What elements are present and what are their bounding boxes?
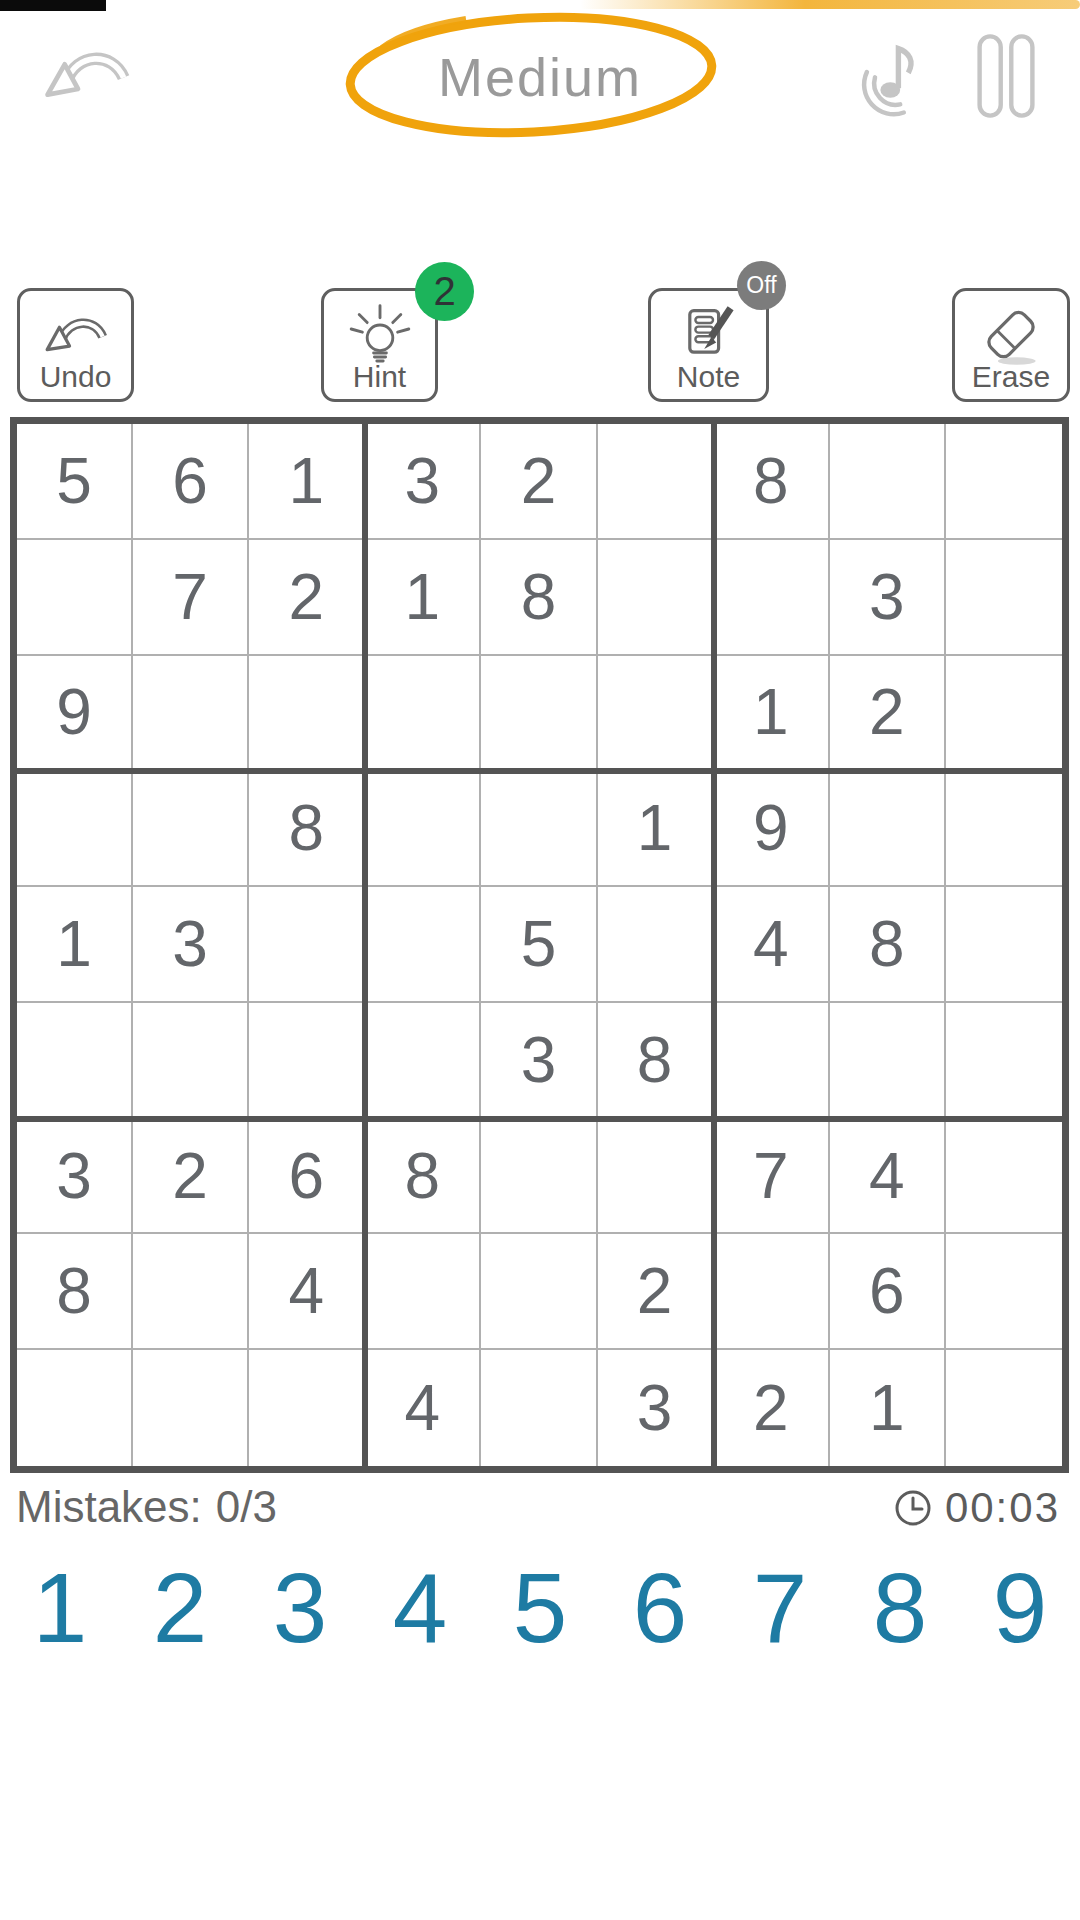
cell-r9c2[interactable] [133, 1350, 249, 1466]
cell-r9c7[interactable]: 2 [714, 1350, 830, 1466]
cell-r2c8[interactable]: 3 [830, 540, 946, 656]
numpad-9[interactable]: 9 [960, 1548, 1080, 1668]
cell-r4c2[interactable] [133, 771, 249, 887]
sudoku-board: 56132872183912819135483832687484264321 [10, 417, 1069, 1473]
hint-button[interactable]: Hint 2 [321, 288, 438, 402]
mistakes-label: Mistakes: [16, 1482, 202, 1532]
cell-r1c8[interactable] [830, 424, 946, 540]
numpad-1[interactable]: 1 [0, 1548, 120, 1668]
cell-r3c5[interactable] [481, 656, 597, 772]
cell-r4c4[interactable] [365, 771, 481, 887]
cell-r6c6[interactable]: 8 [598, 1003, 714, 1119]
cell-r1c1[interactable]: 5 [17, 424, 133, 540]
cell-r7c9[interactable] [946, 1119, 1062, 1235]
cell-r7c2[interactable]: 2 [133, 1119, 249, 1235]
cell-r3c1[interactable]: 9 [17, 656, 133, 772]
cell-r5c3[interactable] [249, 887, 365, 1003]
cell-r9c3[interactable] [249, 1350, 365, 1466]
cell-r8c4[interactable] [365, 1234, 481, 1350]
numpad-4[interactable]: 4 [360, 1548, 480, 1668]
box-divider-vertical-1 [362, 424, 368, 1466]
cell-r4c8[interactable] [830, 771, 946, 887]
cell-r7c8[interactable]: 4 [830, 1119, 946, 1235]
cell-r6c1[interactable] [17, 1003, 133, 1119]
cell-r5c2[interactable]: 3 [133, 887, 249, 1003]
cell-r4c1[interactable] [17, 771, 133, 887]
cell-r9c9[interactable] [946, 1350, 1062, 1466]
numpad-5[interactable]: 5 [480, 1548, 600, 1668]
cell-r5c8[interactable]: 8 [830, 887, 946, 1003]
cell-r1c4[interactable]: 3 [365, 424, 481, 540]
sudoku-grid: 56132872183912819135483832687484264321 [17, 424, 1062, 1466]
cell-r1c2[interactable]: 6 [133, 424, 249, 540]
cell-r4c7[interactable]: 9 [714, 771, 830, 887]
music-note-icon [848, 26, 938, 118]
cell-r1c7[interactable]: 8 [714, 424, 830, 540]
clock-icon [893, 1488, 933, 1528]
undo-label: Undo [20, 360, 131, 394]
cell-r4c6[interactable]: 1 [598, 771, 714, 887]
numpad-3[interactable]: 3 [240, 1548, 360, 1668]
cell-r6c4[interactable] [365, 1003, 481, 1119]
cell-r3c7[interactable]: 1 [714, 656, 830, 772]
cell-r9c6[interactable]: 3 [598, 1350, 714, 1466]
box-divider-vertical-2 [711, 424, 717, 1466]
cell-r3c2[interactable] [133, 656, 249, 772]
cell-r2c4[interactable]: 1 [365, 540, 481, 656]
cell-r7c5[interactable] [481, 1119, 597, 1235]
undo-button[interactable]: Undo [17, 288, 134, 402]
cell-r6c2[interactable] [133, 1003, 249, 1119]
cell-r8c6[interactable]: 2 [598, 1234, 714, 1350]
cell-r3c4[interactable] [365, 656, 481, 772]
cell-r2c9[interactable] [946, 540, 1062, 656]
cell-r2c2[interactable]: 7 [133, 540, 249, 656]
cell-r8c9[interactable] [946, 1234, 1062, 1350]
note-button[interactable]: Note Off [648, 288, 769, 402]
cell-r6c8[interactable] [830, 1003, 946, 1119]
cell-r8c5[interactable] [481, 1234, 597, 1350]
numpad-7[interactable]: 7 [720, 1548, 840, 1668]
note-label: Note [651, 360, 766, 394]
cell-r8c2[interactable] [133, 1234, 249, 1350]
cell-r2c7[interactable] [714, 540, 830, 656]
number-pad: 123456789 [0, 1548, 1080, 1668]
mistakes-counter: Mistakes: 0/3 [16, 1482, 277, 1532]
cell-r1c6[interactable] [598, 424, 714, 540]
cell-r1c5[interactable]: 2 [481, 424, 597, 540]
cell-r6c9[interactable] [946, 1003, 1062, 1119]
cell-r8c7[interactable] [714, 1234, 830, 1350]
cell-r7c4[interactable]: 8 [365, 1119, 481, 1235]
box-divider-horizontal-1 [17, 768, 1062, 774]
cell-r2c1[interactable] [17, 540, 133, 656]
cell-r5c1[interactable]: 1 [17, 887, 133, 1003]
pause-button[interactable] [972, 32, 1040, 120]
cell-r9c1[interactable] [17, 1350, 133, 1466]
cell-r3c6[interactable] [598, 656, 714, 772]
cell-r9c8[interactable]: 1 [830, 1350, 946, 1466]
erase-label: Erase [955, 360, 1067, 394]
cell-r7c6[interactable] [598, 1119, 714, 1235]
mistakes-value: 0/3 [216, 1482, 277, 1532]
cell-r2c5[interactable]: 8 [481, 540, 597, 656]
timer: 00:03 [893, 1484, 1060, 1532]
cell-r6c5[interactable]: 3 [481, 1003, 597, 1119]
numpad-6[interactable]: 6 [600, 1548, 720, 1668]
sound-button[interactable] [848, 26, 938, 118]
cell-r7c7[interactable]: 7 [714, 1119, 830, 1235]
cell-r5c4[interactable] [365, 887, 481, 1003]
hint-count-badge: 2 [415, 262, 474, 321]
cell-r2c3[interactable]: 2 [249, 540, 365, 656]
cell-r4c5[interactable] [481, 771, 597, 887]
pause-icon [972, 32, 1040, 120]
cell-r1c9[interactable] [946, 424, 1062, 540]
cell-r3c8[interactable]: 2 [830, 656, 946, 772]
cell-r7c3[interactable]: 6 [249, 1119, 365, 1235]
cell-r8c1[interactable]: 8 [17, 1234, 133, 1350]
cell-r3c9[interactable] [946, 656, 1062, 772]
erase-button[interactable]: Erase [952, 288, 1070, 402]
hint-label: Hint [324, 360, 435, 394]
cell-r5c7[interactable]: 4 [714, 887, 830, 1003]
cell-r9c5[interactable] [481, 1350, 597, 1466]
numpad-8[interactable]: 8 [840, 1548, 960, 1668]
cell-r3c3[interactable] [249, 656, 365, 772]
sudoku-app-screen: Medium Undo [0, 0, 1080, 1920]
cell-r2c6[interactable] [598, 540, 714, 656]
note-off-badge: Off [737, 261, 786, 310]
cell-r5c9[interactable] [946, 887, 1062, 1003]
cell-r9c4[interactable]: 4 [365, 1350, 481, 1466]
cell-r7c1[interactable]: 3 [17, 1119, 133, 1235]
box-divider-horizontal-2 [17, 1116, 1062, 1122]
timer-value: 00:03 [945, 1484, 1060, 1532]
cell-r5c5[interactable]: 5 [481, 887, 597, 1003]
cell-r6c3[interactable] [249, 1003, 365, 1119]
cell-r4c3[interactable]: 8 [249, 771, 365, 887]
numpad-2[interactable]: 2 [120, 1548, 240, 1668]
cell-r1c3[interactable]: 1 [249, 424, 365, 540]
cell-r4c9[interactable] [946, 771, 1062, 887]
cell-r8c8[interactable]: 6 [830, 1234, 946, 1350]
cell-r5c6[interactable] [598, 887, 714, 1003]
cell-r8c3[interactable]: 4 [249, 1234, 365, 1350]
cell-r6c7[interactable] [714, 1003, 830, 1119]
undo-arrow-icon [40, 305, 112, 359]
